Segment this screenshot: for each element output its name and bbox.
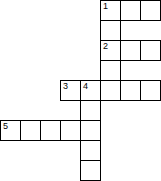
crossword-cell[interactable] xyxy=(100,20,121,41)
clue-number: 1 xyxy=(103,2,108,11)
crossword-cell[interactable] xyxy=(80,100,101,121)
crossword-cell[interactable] xyxy=(120,80,141,101)
crossword-cell[interactable] xyxy=(100,60,121,81)
crossword-cell[interactable] xyxy=(140,0,161,21)
crossword-cell[interactable]: 4 xyxy=(80,80,101,101)
crossword-cell[interactable] xyxy=(20,120,41,141)
clue-number: 4 xyxy=(83,82,88,91)
crossword-cell[interactable] xyxy=(100,80,121,101)
clue-number: 5 xyxy=(3,122,8,131)
crossword-cell[interactable] xyxy=(140,80,161,101)
crossword-cell[interactable] xyxy=(80,160,101,181)
crossword-cell[interactable]: 1 xyxy=(100,0,121,21)
crossword-cell[interactable]: 3 xyxy=(60,80,81,101)
crossword-cell[interactable] xyxy=(80,140,101,161)
crossword-cell[interactable] xyxy=(40,120,61,141)
crossword-cell[interactable] xyxy=(60,120,81,141)
crossword-grid: 12345 xyxy=(0,0,161,181)
clue-number: 2 xyxy=(103,42,108,51)
crossword-cell[interactable] xyxy=(80,120,101,141)
crossword-cell[interactable] xyxy=(120,40,141,61)
crossword-cell[interactable]: 2 xyxy=(100,40,121,61)
crossword-cell[interactable] xyxy=(140,40,161,61)
crossword-cell[interactable] xyxy=(120,0,141,21)
clue-number: 3 xyxy=(63,82,68,91)
crossword-cell[interactable]: 5 xyxy=(0,120,21,141)
